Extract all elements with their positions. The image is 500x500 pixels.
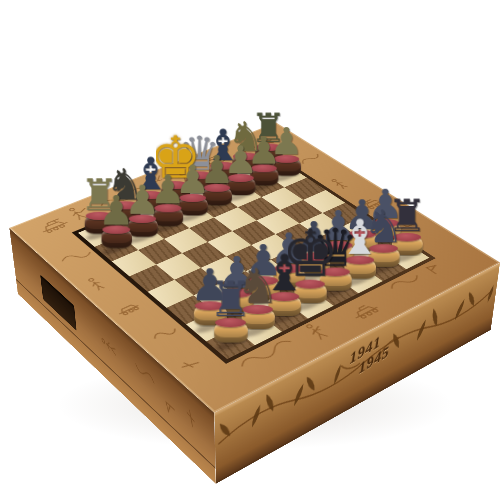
rook-glyph: ♜ (209, 275, 253, 324)
piece-german-rook-h1[interactable]: ♜ (208, 257, 253, 343)
felt-top (102, 226, 130, 234)
drawer-handle-cutout[interactable] (40, 275, 76, 331)
product-photo-scene: ♜♞♝♛♚♝♞♜♟♟♟♟♟♟♟♟♟♟♟♟♟♟♟♟♜♞♝♛♚♝♞♜ (0, 0, 500, 500)
perspective-wrapper: ♜♞♝♛♚♝♞♜♟♟♟♟♟♟♟♟♟♟♟♟♟♟♟♟♜♞♝♛♚♝♞♜ (0, 0, 500, 500)
box-top-face: ♜♞♝♛♚♝♞♜♟♟♟♟♟♟♟♟♟♟♟♟♟♟♟♟♜♞♝♛♚♝♞♜ (9, 123, 500, 413)
square-h6[interactable] (112, 250, 156, 276)
felt-top (215, 318, 246, 327)
chess-box: ♜♞♝♛♚♝♞♜♟♟♟♟♟♟♟♟♟♟♟♟♟♟♟♟♜♞♝♛♚♝♞♜ (9, 123, 500, 413)
piece-soviet-pawn-h7[interactable]: ♟ (96, 176, 137, 248)
